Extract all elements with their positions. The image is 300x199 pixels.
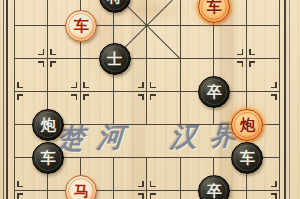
position-marker [17, 193, 19, 199]
board-border [289, 0, 290, 199]
position-marker [275, 181, 277, 187]
position-marker [76, 82, 78, 88]
position-marker [275, 82, 277, 88]
board-border [6, 0, 8, 199]
position-marker [275, 94, 277, 100]
position-marker [142, 82, 144, 88]
position-marker [242, 49, 244, 55]
position-marker [17, 82, 19, 88]
xiangqi-board[interactable]: 楚河 汉界 将车车士卒炮炮车车马卒 [0, 0, 300, 199]
piece-black-soldier[interactable]: 卒 [198, 175, 230, 199]
position-marker [150, 94, 152, 100]
position-marker [17, 181, 19, 187]
position-marker [275, 193, 277, 199]
position-marker [242, 61, 244, 67]
grid-line [180, 157, 181, 199]
piece-glyph: 将 [107, 0, 122, 5]
piece-black-chariot[interactable]: 车 [32, 142, 64, 174]
grid-line [113, 157, 114, 199]
piece-glyph: 炮 [240, 118, 255, 133]
position-marker [50, 49, 52, 55]
position-marker [249, 49, 251, 55]
piece-glyph: 士 [107, 52, 122, 67]
piece-glyph: 车 [41, 151, 56, 166]
piece-glyph: 马 [74, 184, 89, 199]
grid-line [246, 0, 247, 124]
piece-red-chariot[interactable]: 车 [198, 0, 230, 23]
position-marker [50, 61, 52, 67]
position-marker [150, 181, 152, 187]
position-marker [43, 61, 45, 67]
board-border [3, 0, 4, 199]
piece-red-chariot[interactable]: 车 [65, 10, 97, 42]
position-marker [150, 82, 152, 88]
grid-line [146, 0, 147, 124]
piece-black-general[interactable]: 将 [99, 0, 131, 13]
board-border [284, 0, 286, 199]
position-marker [249, 61, 251, 67]
position-marker [150, 193, 152, 199]
position-marker [142, 181, 144, 187]
grid-line [180, 0, 181, 124]
grid-line [279, 0, 280, 199]
position-marker [83, 94, 85, 100]
piece-glyph: 卒 [207, 85, 222, 100]
piece-red-horse[interactable]: 马 [65, 175, 97, 199]
grid-line [47, 0, 48, 124]
piece-black-advisor[interactable]: 士 [99, 43, 131, 75]
position-marker [83, 82, 85, 88]
river-label-chu-he: 楚河 [56, 122, 138, 155]
piece-black-chariot[interactable]: 车 [231, 142, 263, 174]
piece-black-cannon[interactable]: 炮 [32, 109, 64, 141]
grid-line [146, 157, 147, 199]
position-marker [142, 94, 144, 100]
piece-glyph: 车 [207, 0, 222, 15]
grid-line [14, 0, 15, 199]
piece-glyph: 车 [240, 151, 255, 166]
position-marker [17, 94, 19, 100]
piece-glyph: 卒 [207, 184, 222, 199]
position-marker [76, 94, 78, 100]
position-marker [43, 49, 45, 55]
position-marker [142, 193, 144, 199]
piece-black-soldier[interactable]: 卒 [198, 76, 230, 108]
piece-glyph: 车 [74, 19, 89, 34]
piece-glyph: 炮 [41, 118, 56, 133]
piece-red-cannon[interactable]: 炮 [231, 109, 263, 141]
